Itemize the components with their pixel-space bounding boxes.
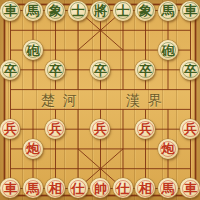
piece-glyph: 馬: [26, 182, 39, 195]
red-cannon[interactable]: 炮: [158, 139, 178, 159]
black-soldier[interactable]: 卒: [0, 60, 20, 80]
piece-glyph: 兵: [139, 122, 152, 135]
xiangqi-board[interactable]: 楚河 漢界 車馬象士將士象馬車砲砲卒卒卒卒卒兵兵兵兵兵炮炮車馬相仕帥仕相馬車: [0, 0, 200, 200]
red-soldier[interactable]: 兵: [45, 119, 65, 139]
red-soldier[interactable]: 兵: [135, 119, 155, 139]
black-soldier[interactable]: 卒: [45, 60, 65, 80]
black-chariot[interactable]: 車: [0, 1, 20, 21]
black-chariot[interactable]: 車: [180, 1, 200, 21]
piece-glyph: 馬: [161, 182, 174, 195]
black-advisor[interactable]: 士: [68, 1, 88, 21]
piece-glyph: 車: [184, 4, 197, 17]
piece-glyph: 炮: [26, 142, 39, 155]
red-soldier[interactable]: 兵: [0, 119, 20, 139]
piece-glyph: 象: [49, 4, 62, 17]
black-horse[interactable]: 馬: [23, 1, 43, 21]
red-elephant[interactable]: 相: [45, 178, 65, 198]
piece-layer[interactable]: 車馬象士將士象馬車砲砲卒卒卒卒卒兵兵兵兵兵炮炮車馬相仕帥仕相馬車: [0, 1, 200, 199]
piece-glyph: 車: [4, 182, 17, 195]
black-advisor[interactable]: 士: [113, 1, 133, 21]
red-general[interactable]: 帥: [90, 178, 110, 198]
piece-glyph: 卒: [184, 64, 197, 77]
piece-glyph: 將: [94, 4, 107, 17]
black-general[interactable]: 將: [90, 1, 110, 21]
piece-glyph: 砲: [26, 44, 39, 57]
piece-glyph: 帥: [94, 182, 107, 195]
red-chariot[interactable]: 車: [180, 178, 200, 198]
piece-glyph: 仕: [71, 182, 84, 195]
black-cannon[interactable]: 砲: [158, 40, 178, 60]
piece-glyph: 兵: [49, 122, 62, 135]
piece-glyph: 砲: [161, 44, 174, 57]
piece-glyph: 卒: [139, 64, 152, 77]
red-horse[interactable]: 馬: [23, 178, 43, 198]
red-elephant[interactable]: 相: [135, 178, 155, 198]
piece-glyph: 兵: [94, 122, 107, 135]
piece-glyph: 相: [139, 182, 152, 195]
piece-glyph: 馬: [26, 4, 39, 17]
piece-glyph: 士: [71, 4, 84, 17]
black-elephant[interactable]: 象: [135, 1, 155, 21]
piece-glyph: 仕: [116, 182, 129, 195]
piece-glyph: 卒: [49, 64, 62, 77]
red-cannon[interactable]: 炮: [23, 139, 43, 159]
piece-glyph: 馬: [161, 4, 174, 17]
red-soldier[interactable]: 兵: [180, 119, 200, 139]
piece-glyph: 兵: [184, 122, 197, 135]
piece-glyph: 卒: [4, 64, 17, 77]
piece-glyph: 士: [116, 4, 129, 17]
piece-glyph: 兵: [4, 122, 17, 135]
black-elephant[interactable]: 象: [45, 1, 65, 21]
piece-glyph: 車: [4, 4, 17, 17]
black-soldier[interactable]: 卒: [135, 60, 155, 80]
red-chariot[interactable]: 車: [0, 178, 20, 198]
piece-glyph: 炮: [161, 142, 174, 155]
black-horse[interactable]: 馬: [158, 1, 178, 21]
piece-glyph: 卒: [94, 64, 107, 77]
piece-glyph: 車: [184, 182, 197, 195]
red-soldier[interactable]: 兵: [90, 119, 110, 139]
black-soldier[interactable]: 卒: [180, 60, 200, 80]
red-advisor[interactable]: 仕: [113, 178, 133, 198]
red-horse[interactable]: 馬: [158, 178, 178, 198]
red-advisor[interactable]: 仕: [68, 178, 88, 198]
black-cannon[interactable]: 砲: [23, 40, 43, 60]
piece-glyph: 相: [49, 182, 62, 195]
black-soldier[interactable]: 卒: [90, 60, 110, 80]
piece-glyph: 象: [139, 4, 152, 17]
